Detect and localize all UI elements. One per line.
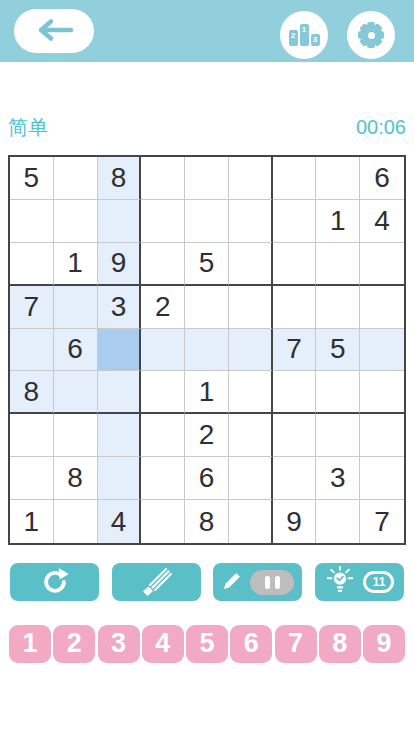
sudoku-cell[interactable] <box>229 500 273 543</box>
sudoku-cell[interactable] <box>185 286 229 329</box>
sudoku-cell[interactable]: 3 <box>316 457 360 500</box>
podium-bar: 1 <box>300 24 309 46</box>
sudoku-cell[interactable]: 1 <box>10 500 54 543</box>
sudoku-cell[interactable] <box>229 329 273 372</box>
sudoku-cell[interactable] <box>141 371 185 414</box>
podium-icon: 213 <box>289 24 320 46</box>
sudoku-cell[interactable] <box>273 157 317 200</box>
sudoku-cell[interactable] <box>141 243 185 286</box>
sudoku-cell[interactable] <box>98 371 142 414</box>
meta-row: 简单 00:06 <box>8 114 406 140</box>
sudoku-cell[interactable]: 5 <box>185 243 229 286</box>
difficulty-label: 简单 <box>8 114 48 141</box>
sudoku-cell[interactable] <box>273 243 317 286</box>
sudoku-cell[interactable] <box>229 286 273 329</box>
hint-button[interactable]: 11 <box>315 563 404 601</box>
sudoku-cell[interactable]: 5 <box>10 157 54 200</box>
sudoku-cell[interactable] <box>273 414 317 457</box>
numpad-button-8[interactable]: 8 <box>319 625 361 663</box>
restart-icon <box>40 566 70 599</box>
leaderboard-button[interactable]: 213 <box>280 11 328 59</box>
sudoku-cell[interactable] <box>360 243 404 286</box>
sudoku-cell[interactable] <box>141 329 185 372</box>
numpad-button-5[interactable]: 5 <box>186 625 228 663</box>
sudoku-cell[interactable] <box>98 457 142 500</box>
sudoku-cell[interactable]: 6 <box>54 329 98 372</box>
sudoku-cell[interactable] <box>360 371 404 414</box>
numpad-button-7[interactable]: 7 <box>275 625 317 663</box>
sudoku-cell[interactable] <box>229 414 273 457</box>
back-arrow-icon <box>32 18 76 45</box>
settings-button[interactable] <box>347 11 395 59</box>
sudoku-cell[interactable] <box>54 200 98 243</box>
erase-button[interactable] <box>112 563 201 601</box>
header-actions: 213 <box>280 11 395 59</box>
sudoku-cell[interactable] <box>316 500 360 543</box>
sudoku-cell[interactable] <box>185 157 229 200</box>
sudoku-cell[interactable]: 7 <box>273 329 317 372</box>
sudoku-cell[interactable] <box>141 414 185 457</box>
sudoku-cell[interactable] <box>185 329 229 372</box>
sudoku-cell[interactable]: 1 <box>316 200 360 243</box>
sudoku-cell[interactable]: 4 <box>360 200 404 243</box>
sudoku-cell[interactable] <box>316 371 360 414</box>
sudoku-cell[interactable]: 8 <box>10 371 54 414</box>
sudoku-cell[interactable]: 1 <box>54 243 98 286</box>
sudoku-cell[interactable]: 1 <box>185 371 229 414</box>
sudoku-cell[interactable]: 9 <box>98 243 142 286</box>
sudoku-cell[interactable] <box>360 414 404 457</box>
sudoku-cell[interactable] <box>141 457 185 500</box>
numpad-button-3[interactable]: 3 <box>98 625 140 663</box>
sudoku-cell[interactable]: 5 <box>316 329 360 372</box>
sudoku-cell[interactable] <box>273 371 317 414</box>
sudoku-cell[interactable] <box>316 286 360 329</box>
sudoku-cell[interactable]: 7 <box>10 286 54 329</box>
sudoku-cell[interactable] <box>10 200 54 243</box>
numpad-button-4[interactable]: 4 <box>142 625 184 663</box>
sudoku-cell[interactable] <box>316 414 360 457</box>
sudoku-cell[interactable] <box>54 414 98 457</box>
sudoku-cell[interactable] <box>10 457 54 500</box>
sudoku-cell[interactable] <box>10 329 54 372</box>
sudoku-cell[interactable] <box>185 200 229 243</box>
sudoku-cell[interactable] <box>229 243 273 286</box>
sudoku-cell[interactable]: 7 <box>360 500 404 543</box>
gear-icon <box>356 20 386 50</box>
sudoku-cell[interactable] <box>10 414 54 457</box>
podium-bar: 3 <box>311 34 320 46</box>
hint-count-badge: 11 <box>363 571 394 593</box>
numpad-button-9[interactable]: 9 <box>363 625 405 663</box>
sudoku-cell[interactable]: 3 <box>98 286 142 329</box>
notes-toggle[interactable] <box>250 570 294 595</box>
restart-button[interactable] <box>10 563 99 601</box>
sudoku-cell[interactable]: 2 <box>141 286 185 329</box>
sudoku-cell[interactable] <box>229 200 273 243</box>
sudoku-cell[interactable] <box>141 157 185 200</box>
sudoku-cell[interactable] <box>273 286 317 329</box>
sudoku-cell[interactable] <box>229 457 273 500</box>
pencil-icon <box>221 570 243 595</box>
toolbar: 11 <box>0 563 414 601</box>
sudoku-cell[interactable] <box>316 157 360 200</box>
header-bar: 213 <box>0 0 414 62</box>
sudoku-cell[interactable] <box>98 329 142 372</box>
sudoku-cell[interactable]: 6 <box>360 157 404 200</box>
sudoku-cell[interactable] <box>273 200 317 243</box>
lightbulb-icon <box>324 566 356 599</box>
sudoku-cell[interactable] <box>98 200 142 243</box>
sudoku-cell[interactable] <box>360 286 404 329</box>
sudoku-cell[interactable] <box>360 457 404 500</box>
timer: 00:06 <box>356 116 406 139</box>
back-button[interactable] <box>14 9 94 53</box>
number-pad: 123456789 <box>0 625 414 663</box>
sudoku-cell[interactable] <box>54 500 98 543</box>
sudoku-cell[interactable] <box>10 243 54 286</box>
sudoku-cell[interactable] <box>229 371 273 414</box>
sudoku-cell[interactable] <box>141 500 185 543</box>
numpad-button-2[interactable]: 2 <box>53 625 95 663</box>
sudoku-cell[interactable] <box>54 157 98 200</box>
sudoku-cell[interactable] <box>316 243 360 286</box>
podium-bar: 2 <box>289 30 298 46</box>
sudoku-cell[interactable] <box>54 371 98 414</box>
sudoku-cell[interactable] <box>229 157 273 200</box>
pencil-notes-button[interactable] <box>213 563 302 601</box>
sudoku-cell[interactable]: 8 <box>185 500 229 543</box>
sudoku-cell[interactable]: 6 <box>185 457 229 500</box>
sudoku-cell[interactable] <box>98 414 142 457</box>
sudoku-cell[interactable]: 8 <box>54 457 98 500</box>
sudoku-cell[interactable]: 8 <box>98 157 142 200</box>
sudoku-cell[interactable]: 4 <box>98 500 142 543</box>
sudoku-cell[interactable]: 2 <box>185 414 229 457</box>
numpad-button-6[interactable]: 6 <box>230 625 272 663</box>
sudoku-cell[interactable] <box>54 286 98 329</box>
sudoku-app: 213 简单 00:06 5861419573267581286314897 <box>0 0 414 736</box>
sudoku-grid: 5861419573267581286314897 <box>8 155 406 545</box>
eraser-icon <box>139 566 173 599</box>
numpad-button-1[interactable]: 1 <box>9 625 51 663</box>
sudoku-cell[interactable]: 9 <box>273 500 317 543</box>
sudoku-cell[interactable] <box>360 329 404 372</box>
sudoku-cell[interactable] <box>141 200 185 243</box>
sudoku-cell[interactable] <box>273 457 317 500</box>
